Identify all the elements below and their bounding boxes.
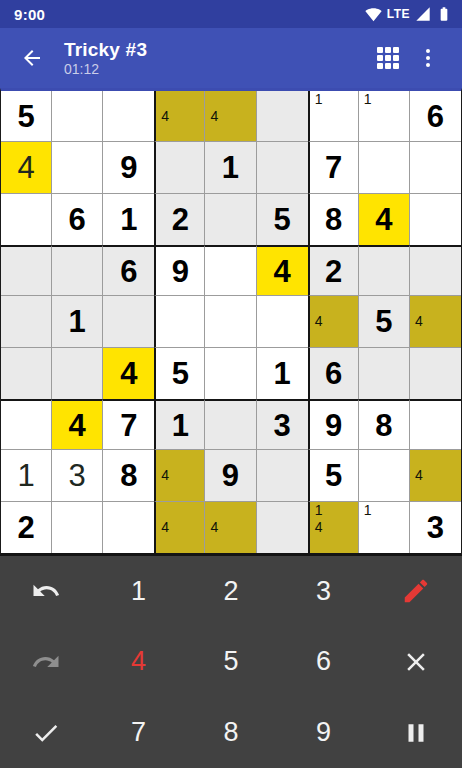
cell-value: 2 <box>172 204 189 235</box>
pencil-note: 1 <box>310 91 326 108</box>
cell-r8c8[interactable] <box>359 450 410 501</box>
cell-r9c5[interactable]: 4 <box>205 502 256 553</box>
key-6[interactable]: 6 <box>277 627 369 698</box>
cell-value: 5 <box>17 101 34 132</box>
sudoku-board: 5441164917612584694214544516471398138495… <box>0 88 462 556</box>
pencil-note: 1 <box>359 502 376 519</box>
cell-r7c9[interactable] <box>410 399 461 450</box>
pencil-note: 4 <box>410 467 427 484</box>
cell-value: 9 <box>120 152 137 183</box>
cell-r2c6[interactable] <box>257 142 308 193</box>
cell-r4c4[interactable]: 9 <box>154 245 205 296</box>
cell-r6c9[interactable] <box>410 348 461 399</box>
cell-r2c5[interactable]: 1 <box>205 142 256 193</box>
board-select-button[interactable] <box>368 38 408 78</box>
cell-signal-icon <box>415 6 431 22</box>
more-vert-icon <box>426 49 430 67</box>
undo-icon <box>31 576 61 606</box>
cell-r9c6[interactable] <box>257 502 308 553</box>
key-8[interactable]: 8 <box>185 697 277 768</box>
cell-value: 8 <box>120 460 137 491</box>
cell-r9c8[interactable]: 1 <box>359 502 410 553</box>
grid-icon <box>377 47 399 69</box>
pencil-note: 4 <box>410 313 427 330</box>
cell-value: 3 <box>427 512 444 543</box>
app-bar: Tricky #3 01:12 <box>0 28 462 88</box>
cell-r7c6[interactable]: 3 <box>257 399 308 450</box>
cell-r4c8[interactable] <box>359 245 410 296</box>
cell-r7c3[interactable]: 7 <box>103 399 154 450</box>
pencil-button[interactable] <box>370 556 462 627</box>
pencil-note: 1 <box>310 502 326 519</box>
cell-r2c9[interactable] <box>410 142 461 193</box>
cell-r8c7[interactable]: 5 <box>308 450 359 501</box>
cell-r3c5[interactable] <box>205 194 256 245</box>
key-label: 3 <box>316 576 331 607</box>
cell-value: 4 <box>17 152 34 183</box>
overflow-menu-button[interactable] <box>408 38 448 78</box>
pencil-note: 1 <box>359 91 376 108</box>
cell-r8c2[interactable]: 3 <box>52 450 103 501</box>
cell-value: 4 <box>120 358 137 389</box>
pause-button[interactable] <box>370 697 462 768</box>
status-bar: 9:00 LTE <box>0 0 462 28</box>
cell-r1c5[interactable]: 4 <box>205 91 256 142</box>
cell-value: 1 <box>222 152 239 183</box>
key-1[interactable]: 1 <box>92 556 184 627</box>
cell-r5c9[interactable]: 4 <box>410 296 461 347</box>
wifi-icon <box>365 6 382 23</box>
cell-value: 5 <box>375 306 392 337</box>
key-label: 8 <box>223 717 238 748</box>
cell-r7c8[interactable]: 8 <box>359 399 410 450</box>
status-icons: LTE <box>365 5 452 23</box>
cell-r7c1[interactable] <box>1 399 52 450</box>
cell-value: 4 <box>375 204 392 235</box>
cell-r8c9[interactable]: 4 <box>410 450 461 501</box>
cell-r2c3[interactable]: 9 <box>103 142 154 193</box>
key-5[interactable]: 5 <box>185 627 277 698</box>
cell-value: 7 <box>325 152 342 183</box>
puzzle-title: Tricky #3 <box>64 39 368 61</box>
cell-r8c1[interactable]: 1 <box>1 450 52 501</box>
cell-r5c3[interactable] <box>103 296 154 347</box>
redo-button[interactable] <box>0 627 92 698</box>
cell-r2c8[interactable] <box>359 142 410 193</box>
cell-r9c1[interactable]: 2 <box>1 502 52 553</box>
cell-r4c6[interactable]: 4 <box>257 245 308 296</box>
cell-r1c3[interactable] <box>103 91 154 142</box>
cell-value: 6 <box>120 256 137 287</box>
cell-r8c4[interactable]: 4 <box>154 450 205 501</box>
pencil-note: 4 <box>310 313 326 330</box>
key-label: 5 <box>223 646 238 677</box>
key-label: 9 <box>316 717 331 748</box>
cell-value: 1 <box>69 306 86 337</box>
cell-value: 8 <box>325 204 342 235</box>
clock: 9:00 <box>10 6 45 23</box>
cell-r5c1[interactable] <box>1 296 52 347</box>
pencil-note: 4 <box>156 519 172 536</box>
cell-value: 1 <box>17 460 34 491</box>
cell-value: 3 <box>273 410 290 441</box>
cell-value: 8 <box>375 410 392 441</box>
check-icon <box>31 718 61 748</box>
cell-value: 1 <box>273 358 290 389</box>
cell-r6c8[interactable] <box>359 348 410 399</box>
elapsed-timer: 01:12 <box>64 61 368 77</box>
cell-r8c6[interactable] <box>257 450 308 501</box>
cell-value: 9 <box>222 460 239 491</box>
cell-r2c7[interactable]: 7 <box>308 142 359 193</box>
pencil-note: 4 <box>205 519 222 536</box>
pencil-icon <box>401 576 431 606</box>
cell-r1c9[interactable]: 6 <box>410 91 461 142</box>
cell-r4c7[interactable]: 2 <box>308 245 359 296</box>
close-icon <box>401 647 431 677</box>
pencil-note: 4 <box>310 519 326 536</box>
battery-icon <box>436 5 452 23</box>
network-type-label: LTE <box>387 7 410 21</box>
key-4[interactable]: 4 <box>92 627 184 698</box>
redo-icon <box>31 647 61 677</box>
key-7[interactable]: 7 <box>92 697 184 768</box>
cell-r1c4[interactable]: 4 <box>154 91 205 142</box>
cell-r7c7[interactable]: 9 <box>308 399 359 450</box>
key-label: 6 <box>316 646 331 677</box>
cell-value: 6 <box>325 358 342 389</box>
undo-button[interactable] <box>0 556 92 627</box>
cell-r3c4[interactable]: 2 <box>154 194 205 245</box>
back-button[interactable] <box>14 40 50 76</box>
cell-value: 9 <box>325 410 342 441</box>
cell-value: 5 <box>273 204 290 235</box>
cell-value: 2 <box>17 512 34 543</box>
key-label: 1 <box>131 576 146 607</box>
cell-r9c2[interactable] <box>52 502 103 553</box>
close-button[interactable] <box>370 627 462 698</box>
pencil-note: 4 <box>156 467 172 484</box>
key-3[interactable]: 3 <box>277 556 369 627</box>
cell-r1c2[interactable] <box>52 91 103 142</box>
cell-r8c3[interactable]: 8 <box>103 450 154 501</box>
cell-r3c2[interactable]: 6 <box>52 194 103 245</box>
cell-r5c2[interactable]: 1 <box>52 296 103 347</box>
cell-r6c7[interactable]: 6 <box>308 348 359 399</box>
cell-r2c1[interactable]: 4 <box>1 142 52 193</box>
cell-r4c3[interactable]: 6 <box>103 245 154 296</box>
key-label: 7 <box>131 717 146 748</box>
cell-r5c5[interactable] <box>205 296 256 347</box>
key-label: 2 <box>223 576 238 607</box>
cell-r9c7[interactable]: 14 <box>308 502 359 553</box>
cell-r7c5[interactable] <box>205 399 256 450</box>
cell-r3c7[interactable]: 8 <box>308 194 359 245</box>
cell-r5c6[interactable] <box>257 296 308 347</box>
cell-value: 6 <box>69 204 86 235</box>
cell-r6c6[interactable]: 1 <box>257 348 308 399</box>
cell-r2c4[interactable] <box>154 142 205 193</box>
cell-r9c3[interactable] <box>103 502 154 553</box>
cell-r6c5[interactable] <box>205 348 256 399</box>
cell-r5c4[interactable] <box>154 296 205 347</box>
cell-value: 3 <box>69 460 86 491</box>
cell-r3c8[interactable]: 4 <box>359 194 410 245</box>
key-9[interactable]: 9 <box>277 697 369 768</box>
cell-value: 1 <box>172 410 189 441</box>
cell-r1c1[interactable]: 5 <box>1 91 52 142</box>
cell-r3c6[interactable]: 5 <box>257 194 308 245</box>
pause-icon <box>401 718 431 748</box>
cell-r6c3[interactable]: 4 <box>103 348 154 399</box>
cell-r1c8[interactable]: 1 <box>359 91 410 142</box>
pencil-note: 4 <box>205 108 222 125</box>
cell-r5c8[interactable]: 5 <box>359 296 410 347</box>
cell-value: 5 <box>325 460 342 491</box>
cell-r2c2[interactable] <box>52 142 103 193</box>
cell-r6c2[interactable] <box>52 348 103 399</box>
cell-r4c9[interactable] <box>410 245 461 296</box>
keypad-panel: 123456789 <box>0 556 462 768</box>
cell-r4c2[interactable] <box>52 245 103 296</box>
cell-value: 4 <box>273 256 290 287</box>
cell-r5c7[interactable]: 4 <box>308 296 359 347</box>
cell-r7c2[interactable]: 4 <box>52 399 103 450</box>
key-label: 4 <box>131 646 146 677</box>
cell-value: 7 <box>120 410 137 441</box>
cell-value: 2 <box>325 256 342 287</box>
cell-value: 9 <box>172 256 189 287</box>
key-2[interactable]: 2 <box>185 556 277 627</box>
cell-r6c1[interactable] <box>1 348 52 399</box>
cell-r4c1[interactable] <box>1 245 52 296</box>
cell-r3c3[interactable]: 1 <box>103 194 154 245</box>
title-block: Tricky #3 01:12 <box>64 39 368 78</box>
cell-r1c6[interactable] <box>257 91 308 142</box>
sudoku-app: 9:00 LTE Tricky #3 01:12 <box>0 0 462 768</box>
cell-value: 6 <box>427 101 444 132</box>
cell-value: 5 <box>172 358 189 389</box>
cell-r4c5[interactable] <box>205 245 256 296</box>
cell-r9c4[interactable]: 4 <box>154 502 205 553</box>
cell-r3c1[interactable] <box>1 194 52 245</box>
cell-r3c9[interactable] <box>410 194 461 245</box>
cell-r6c4[interactable]: 5 <box>154 348 205 399</box>
cell-value: 4 <box>69 410 86 441</box>
check-button[interactable] <box>0 697 92 768</box>
cell-r9c9[interactable]: 3 <box>410 502 461 553</box>
cell-r1c7[interactable]: 1 <box>308 91 359 142</box>
cell-value: 1 <box>120 204 137 235</box>
cell-r8c5[interactable]: 9 <box>205 450 256 501</box>
cell-r7c4[interactable]: 1 <box>154 399 205 450</box>
pencil-note: 4 <box>156 108 172 125</box>
